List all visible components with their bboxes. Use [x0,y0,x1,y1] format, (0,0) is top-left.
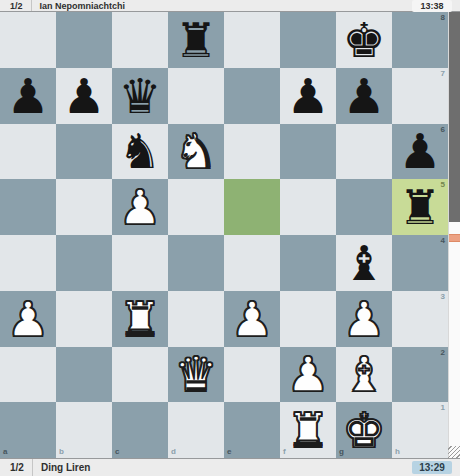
scrollbar-thumb[interactable] [449,12,460,222]
piece-white-bishop: ♝ [336,347,392,403]
square-a3[interactable]: ♟ [0,291,56,347]
file-label-f: f [283,448,286,456]
piece-white-queen: ♛ [168,347,224,403]
square-b3[interactable] [56,291,112,347]
top-player-name: Ian Nepomniachtchi [40,1,126,11]
top-player-score: 1/2 [10,1,23,11]
top-player-bar: 1/2 Ian Nepomniachtchi 13:38 [0,0,460,12]
rank-label-2: 2 [441,349,445,357]
square-e5[interactable] [224,179,280,235]
scrollbar-marker [449,234,460,242]
square-d8[interactable]: ♜ [168,12,224,68]
square-f4[interactable] [280,235,336,291]
piece-white-pawn: ♟ [0,291,56,347]
square-e3[interactable]: ♟ [224,291,280,347]
square-c6[interactable]: ♞ [112,124,168,180]
square-b1[interactable]: b [56,402,112,458]
square-g4[interactable]: ♝ [336,235,392,291]
square-a8[interactable] [0,12,56,68]
piece-black-pawn: ♟ [56,68,112,124]
piece-black-knight: ♞ [112,124,168,180]
footer-divider [32,459,33,476]
square-b6[interactable] [56,124,112,180]
file-label-e: e [227,448,231,456]
square-c2[interactable] [112,347,168,403]
square-g6[interactable] [336,124,392,180]
square-g1[interactable]: ♚g [336,402,392,458]
square-d1[interactable]: d [168,402,224,458]
square-h5[interactable]: ♜5 [392,179,448,235]
rank-label-6: 6 [441,126,445,134]
square-h4[interactable]: 4 [392,235,448,291]
square-f5[interactable] [280,179,336,235]
square-c5[interactable]: ♟ [112,179,168,235]
square-d5[interactable] [168,179,224,235]
square-h6[interactable]: ♟6 [392,124,448,180]
square-e8[interactable] [224,12,280,68]
piece-white-pawn: ♟ [280,347,336,403]
rank-label-4: 4 [441,237,445,245]
file-label-c: c [115,448,119,456]
piece-black-queen: ♛ [112,68,168,124]
square-e1[interactable]: e [224,402,280,458]
square-e4[interactable] [224,235,280,291]
square-a6[interactable] [0,124,56,180]
piece-black-bishop: ♝ [336,235,392,291]
square-d4[interactable] [168,235,224,291]
piece-white-knight: ♞ [168,124,224,180]
bottom-player-name: Ding Liren [41,462,90,473]
square-b5[interactable] [56,179,112,235]
resize-grip-icon[interactable] [448,446,460,458]
rank-label-3: 3 [441,293,445,301]
square-a5[interactable] [0,179,56,235]
square-c4[interactable] [112,235,168,291]
piece-black-pawn: ♟ [0,68,56,124]
chess-tv-window: 1/2 Ian Nepomniachtchi 13:38 ♜♚8♟♟♛♟♟7♞♞… [0,0,460,476]
square-g8[interactable]: ♚ [336,12,392,68]
piece-black-pawn: ♟ [336,68,392,124]
square-d7[interactable] [168,68,224,124]
file-label-b: b [59,448,64,456]
piece-black-king: ♚ [336,12,392,68]
square-e7[interactable] [224,68,280,124]
bottom-player-score: 1/2 [10,462,24,473]
square-e6[interactable] [224,124,280,180]
piece-black-pawn: ♟ [280,68,336,124]
square-b2[interactable] [56,347,112,403]
square-h8[interactable]: 8 [392,12,448,68]
scrollbar[interactable] [448,12,460,458]
square-f8[interactable] [280,12,336,68]
piece-white-king: ♚ [336,402,392,458]
square-f7[interactable]: ♟ [280,68,336,124]
chess-board: ♜♚8♟♟♛♟♟7♞♞♟6♟♜5♝4♟♜♟♟3♛♟♝2abcde♜f♚g1h [0,12,448,458]
rank-label-5: 5 [441,181,445,189]
header-divider [31,0,32,11]
square-c7[interactable]: ♛ [112,68,168,124]
rank-label-1: 1 [441,404,445,412]
square-c1[interactable]: c [112,402,168,458]
square-d6[interactable]: ♞ [168,124,224,180]
file-label-h: h [395,448,400,456]
square-g3[interactable]: ♟ [336,291,392,347]
square-f2[interactable]: ♟ [280,347,336,403]
square-b8[interactable] [56,12,112,68]
piece-white-rook: ♜ [280,402,336,458]
piece-black-rook: ♜ [168,12,224,68]
square-f3[interactable] [280,291,336,347]
square-h3[interactable]: 3 [392,291,448,347]
square-d3[interactable] [168,291,224,347]
piece-white-rook: ♜ [112,291,168,347]
piece-white-pawn: ♟ [224,291,280,347]
square-c3[interactable]: ♜ [112,291,168,347]
file-label-a: a [3,448,7,456]
square-g5[interactable] [336,179,392,235]
bottom-player-bar: 1/2 Ding Liren 13:29 [0,458,460,476]
square-b7[interactable]: ♟ [56,68,112,124]
square-f1[interactable]: ♜f [280,402,336,458]
square-a4[interactable] [0,235,56,291]
square-a1[interactable]: a [0,402,56,458]
rank-label-8: 8 [441,14,445,22]
square-e2[interactable] [224,347,280,403]
square-h7[interactable]: 7 [392,68,448,124]
square-d2[interactable]: ♛ [168,347,224,403]
square-f6[interactable] [280,124,336,180]
file-label-g: g [339,448,344,456]
square-a7[interactable]: ♟ [0,68,56,124]
square-h2[interactable]: 2 [392,347,448,403]
square-c8[interactable] [112,12,168,68]
rank-label-7: 7 [441,70,445,78]
square-g7[interactable]: ♟ [336,68,392,124]
top-player-clock: 13:38 [412,0,452,12]
bottom-player-clock: 13:29 [412,461,452,474]
square-h1[interactable]: 1h [392,402,448,458]
square-g2[interactable]: ♝ [336,347,392,403]
square-b4[interactable] [56,235,112,291]
file-label-d: d [171,448,176,456]
piece-white-pawn: ♟ [336,291,392,347]
piece-white-pawn: ♟ [112,179,168,235]
square-a2[interactable] [0,347,56,403]
